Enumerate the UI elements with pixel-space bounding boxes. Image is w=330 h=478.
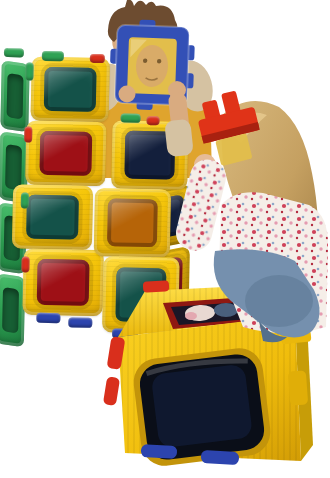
green-side-window <box>2 287 19 334</box>
green-clip <box>21 192 29 208</box>
green-side-window <box>7 73 24 119</box>
green-clip <box>4 48 24 57</box>
girl-knee-shading <box>245 275 313 327</box>
green-side-panel <box>0 273 25 347</box>
panel-window <box>36 259 90 306</box>
red-clip <box>21 256 29 272</box>
green-clip <box>42 51 64 61</box>
product-photo: Two toddlers play with giant plastic Pol… <box>0 0 330 478</box>
green-side-window <box>5 144 22 190</box>
panel-window <box>107 198 158 247</box>
blue-clip <box>201 450 240 465</box>
red-clip <box>24 126 32 142</box>
cube-window-navy-glow <box>151 364 253 449</box>
blue-clip <box>36 313 60 324</box>
girl-figure <box>175 85 330 347</box>
panel-window <box>26 194 80 240</box>
boy-left-hand <box>119 86 136 103</box>
yellow-tab <box>288 370 308 405</box>
tower-panel <box>94 188 171 258</box>
green-clip <box>25 62 33 80</box>
red-clip <box>143 280 170 292</box>
blue-clip <box>141 444 178 459</box>
red-clip <box>103 376 120 406</box>
